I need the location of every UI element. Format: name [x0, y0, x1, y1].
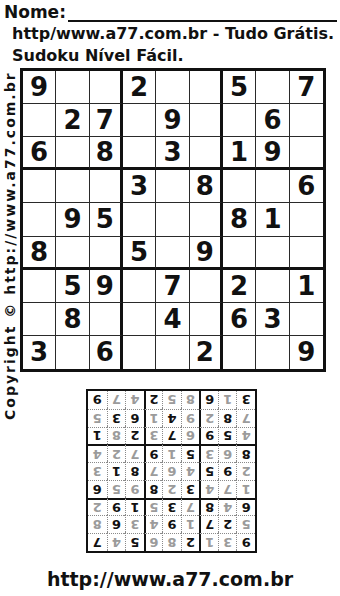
- puzzle-cell: [123, 336, 156, 369]
- solution-cell: 7: [218, 480, 237, 498]
- puzzle-cell: 7: [290, 71, 323, 104]
- puzzle-cell: [23, 203, 56, 236]
- puzzle-cell: [190, 71, 223, 104]
- footer-url: http://www.a77.com.br: [0, 568, 340, 590]
- puzzle-cell: 6: [223, 303, 256, 336]
- copyright-vertical-text: Copyright © http://www.a77.com.br: [2, 68, 17, 420]
- solution-cell: 6: [199, 391, 218, 409]
- puzzle-cell: 3: [156, 137, 189, 170]
- puzzle-cell: 9: [256, 137, 289, 170]
- puzzle-cell: [156, 203, 189, 236]
- solution-cell: 6: [144, 533, 163, 551]
- puzzle-cell: [56, 71, 89, 104]
- puzzle-cell: [56, 336, 89, 369]
- solution-cell: 8: [236, 444, 255, 462]
- solution-cell: 4: [236, 427, 255, 445]
- puzzle-cell: [290, 137, 323, 170]
- puzzle-cell: [90, 303, 123, 336]
- solution-cell: 3: [162, 498, 181, 516]
- solution-cell: 4: [107, 533, 126, 551]
- puzzle-cell: 6: [90, 336, 123, 369]
- solution-cell: 6: [107, 515, 126, 533]
- solution-cell: 5: [218, 427, 237, 445]
- solution-cell: 2: [236, 462, 255, 480]
- solution-cell: 8: [125, 462, 144, 480]
- puzzle-cell: 6: [23, 137, 56, 170]
- puzzle-cell: [56, 237, 89, 270]
- name-row: Nome:: [4, 2, 337, 22]
- solution-cell: 1: [236, 480, 255, 498]
- solution-cell: 4: [162, 409, 181, 427]
- solution-cell: 7: [199, 515, 218, 533]
- puzzle-cell: [290, 303, 323, 336]
- solution-cell: 7: [181, 498, 200, 516]
- solution-cell: 1: [218, 391, 237, 409]
- puzzle-cell: 2: [190, 336, 223, 369]
- solution-cell: 6: [88, 480, 107, 498]
- solution-cell: 8: [199, 498, 218, 516]
- site-title: http/www.a77.com.br - Tudo Grátis.: [12, 24, 334, 43]
- solution-cell: 4: [144, 515, 163, 533]
- solution-cell: 5: [107, 480, 126, 498]
- solution-cell: 1: [199, 533, 218, 551]
- puzzle-cell: [156, 170, 189, 203]
- puzzle-cell: 2: [223, 270, 256, 303]
- puzzle-cell: 9: [90, 270, 123, 303]
- solution-cell: 8: [162, 533, 181, 551]
- solution-cell: 6: [125, 409, 144, 427]
- puzzle-cell: [190, 104, 223, 137]
- solution-cell: 3: [88, 462, 107, 480]
- solution-cell: 5: [199, 462, 218, 480]
- puzzle-cell: [123, 137, 156, 170]
- puzzle-cell: [123, 303, 156, 336]
- solution-cell: 2: [125, 427, 144, 445]
- puzzle-cell: 3: [256, 303, 289, 336]
- puzzle-cell: [23, 170, 56, 203]
- puzzle-cell: 9: [23, 71, 56, 104]
- solution-cell: 8: [218, 409, 237, 427]
- puzzle-cell: [256, 237, 289, 270]
- puzzle-cell: 3: [123, 170, 156, 203]
- solution-cell: 8: [88, 515, 107, 533]
- solution-cell: 3: [218, 533, 237, 551]
- puzzle-cell: [90, 237, 123, 270]
- solution-cell: 1: [107, 462, 126, 480]
- name-underline: [68, 4, 337, 22]
- puzzle-cell: [156, 336, 189, 369]
- puzzle-cell: [123, 270, 156, 303]
- solution-cell: 1: [181, 515, 200, 533]
- puzzle-cell: 1: [256, 203, 289, 236]
- solution-cell: 2: [144, 391, 163, 409]
- puzzle-cell: [23, 104, 56, 137]
- puzzle-cell: 1: [290, 270, 323, 303]
- puzzle-cell: [290, 104, 323, 137]
- solution-cell: 9: [125, 480, 144, 498]
- solution-cell: 2: [88, 498, 107, 516]
- solution-cell: 6: [181, 427, 200, 445]
- solution-cell: 6: [218, 444, 237, 462]
- puzzle-cell: [223, 170, 256, 203]
- solution-cell: 3: [181, 480, 200, 498]
- puzzle-cell: [123, 104, 156, 137]
- puzzle-cell: [190, 203, 223, 236]
- puzzle-cell: 3: [23, 336, 56, 369]
- solution-cell: 8: [107, 427, 126, 445]
- puzzle-cell: [190, 303, 223, 336]
- puzzle-cell: 5: [90, 203, 123, 236]
- puzzle-cell: 9: [290, 336, 323, 369]
- solution-cell: 3: [144, 427, 163, 445]
- puzzle-cell: 4: [156, 303, 189, 336]
- solution-cell: 3: [236, 391, 255, 409]
- solution-cell: 4: [218, 498, 237, 516]
- puzzle-cell: [123, 203, 156, 236]
- solution-cell: 6: [236, 498, 255, 516]
- solution-cell: 9: [181, 409, 200, 427]
- solution-cell: 5: [144, 498, 163, 516]
- puzzle-cell: 6: [290, 170, 323, 203]
- solution-grid: 9312865475271943686487351921743289562954…: [86, 389, 257, 553]
- solution-cell: 3: [107, 409, 126, 427]
- puzzle-cell: [23, 303, 56, 336]
- solution-cell: 3: [125, 515, 144, 533]
- solution-cell: 4: [125, 391, 144, 409]
- puzzle-cell: 9: [56, 203, 89, 236]
- puzzle-cell: 8: [90, 137, 123, 170]
- puzzle-cell: [256, 336, 289, 369]
- puzzle-cell: [256, 170, 289, 203]
- solution-cell: 2: [199, 409, 218, 427]
- puzzle-cell: 8: [223, 203, 256, 236]
- solution-cell: 4: [181, 462, 200, 480]
- solution-cell: 2: [162, 480, 181, 498]
- solution-cell: 6: [162, 462, 181, 480]
- puzzle-cell: 8: [56, 303, 89, 336]
- sudoku-sheet: Nome: http/www.a77.com.br - Tudo Grátis.…: [0, 0, 340, 596]
- solution-cell: 1: [88, 427, 107, 445]
- puzzle-level-title: Sudoku Nível Fácil.: [12, 46, 184, 65]
- puzzle-cell: [256, 270, 289, 303]
- solution-cell: 9: [218, 462, 237, 480]
- solution-cell: 1: [125, 498, 144, 516]
- name-label: Nome:: [4, 2, 66, 22]
- puzzle-cell: 9: [156, 104, 189, 137]
- solution-cell: 1: [144, 409, 163, 427]
- solution-cell: 8: [144, 480, 163, 498]
- puzzle-cell: 1: [223, 137, 256, 170]
- puzzle-cell: 8: [23, 237, 56, 270]
- puzzle-cell: [90, 71, 123, 104]
- puzzle-cell: 8: [190, 170, 223, 203]
- solution-cell: 8: [181, 391, 200, 409]
- puzzle-cell: [56, 170, 89, 203]
- solution-cell: 4: [199, 480, 218, 498]
- puzzle-cell: 5: [56, 270, 89, 303]
- puzzle-cell: [156, 71, 189, 104]
- puzzle-cell: [290, 237, 323, 270]
- solution-cell: 4: [88, 444, 107, 462]
- solution-cell: 1: [162, 444, 181, 462]
- puzzle-cell: 7: [90, 104, 123, 137]
- solution-cell: 5: [181, 444, 200, 462]
- puzzle-cell: 9: [190, 237, 223, 270]
- puzzle-cell: [56, 137, 89, 170]
- solution-cell: 7: [88, 533, 107, 551]
- solution-cell: 3: [199, 444, 218, 462]
- solution-cell: 9: [144, 444, 163, 462]
- puzzle-cell: [190, 270, 223, 303]
- puzzle-grid: 925727966831938695818595972184633629: [20, 68, 326, 372]
- puzzle-cell: 2: [123, 71, 156, 104]
- solution-cell: 7: [107, 391, 126, 409]
- puzzle-cell: 2: [56, 104, 89, 137]
- puzzle-cell: [290, 203, 323, 236]
- puzzle-cell: [90, 170, 123, 203]
- solution-cell: 9: [162, 515, 181, 533]
- puzzle-cell: 5: [223, 71, 256, 104]
- puzzle-cell: [190, 137, 223, 170]
- puzzle-cell: [223, 336, 256, 369]
- solution-cell: 5: [162, 391, 181, 409]
- solution-cell: 7: [125, 444, 144, 462]
- solution-cell: 5: [236, 515, 255, 533]
- puzzle-cell: [223, 237, 256, 270]
- puzzle-cell: [256, 71, 289, 104]
- puzzle-cell: [23, 270, 56, 303]
- solution-cell: 5: [125, 533, 144, 551]
- solution-cell: 2: [218, 515, 237, 533]
- puzzle-cell: 6: [256, 104, 289, 137]
- solution-cell: 9: [199, 427, 218, 445]
- solution-cell: 7: [162, 427, 181, 445]
- solution-cell: 2: [181, 533, 200, 551]
- puzzle-cell: 7: [156, 270, 189, 303]
- solution-cell: 2: [107, 444, 126, 462]
- solution-cell: 9: [107, 498, 126, 516]
- solution-cell: 7: [144, 462, 163, 480]
- solution-cell: 5: [88, 409, 107, 427]
- puzzle-cell: 5: [123, 237, 156, 270]
- puzzle-cell: [156, 237, 189, 270]
- solution-cell: 9: [236, 533, 255, 551]
- solution-cell: 7: [236, 409, 255, 427]
- solution-cell: 9: [88, 391, 107, 409]
- puzzle-cell: [223, 104, 256, 137]
